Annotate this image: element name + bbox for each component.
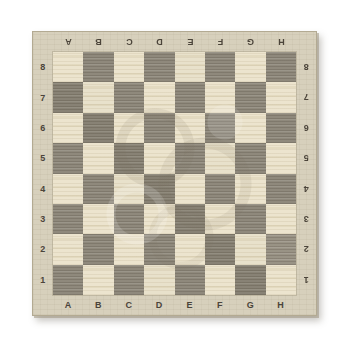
ranks-left-label: 8: [33, 52, 53, 82]
square-c7[interactable]: [114, 82, 144, 112]
ranks-left-label: 4: [33, 174, 53, 204]
files-bottom-label: D: [144, 295, 174, 315]
square-g5[interactable]: [235, 143, 265, 173]
files-top-label: D: [144, 32, 174, 52]
square-e4[interactable]: [175, 174, 205, 204]
square-d7[interactable]: [144, 82, 174, 112]
square-a5[interactable]: [53, 143, 83, 173]
files-bottom-label: B: [83, 295, 113, 315]
file-labels-top: ABCDEFGH: [53, 32, 296, 52]
square-g4[interactable]: [235, 174, 265, 204]
square-e1[interactable]: [175, 265, 205, 295]
square-b3[interactable]: [83, 204, 113, 234]
square-g8[interactable]: [235, 52, 265, 82]
square-g7[interactable]: [235, 82, 265, 112]
ranks-right-label: 5: [296, 143, 316, 173]
file-labels-bottom: ABCDEFGH: [53, 295, 296, 315]
ranks-right-label: 2: [296, 234, 316, 264]
files-bottom-label: F: [205, 295, 235, 315]
ranks-right-label: 7: [296, 82, 316, 112]
square-h2[interactable]: [266, 234, 296, 264]
square-b5[interactable]: [83, 143, 113, 173]
square-h1[interactable]: [266, 265, 296, 295]
square-b7[interactable]: [83, 82, 113, 112]
square-c2[interactable]: [114, 234, 144, 264]
square-d8[interactable]: [144, 52, 174, 82]
square-f8[interactable]: [205, 52, 235, 82]
square-e3[interactable]: [175, 204, 205, 234]
square-a1[interactable]: [53, 265, 83, 295]
square-h6[interactable]: [266, 113, 296, 143]
square-b1[interactable]: [83, 265, 113, 295]
files-top-label: H: [266, 32, 296, 52]
square-d5[interactable]: [144, 143, 174, 173]
square-c1[interactable]: [114, 265, 144, 295]
ranks-left-label: 1: [33, 265, 53, 295]
square-e5[interactable]: [175, 143, 205, 173]
square-f6[interactable]: [205, 113, 235, 143]
square-a4[interactable]: [53, 174, 83, 204]
rank-labels-left: 87654321: [33, 52, 53, 295]
ranks-left-label: 2: [33, 234, 53, 264]
square-f5[interactable]: [205, 143, 235, 173]
ranks-right-label: 8: [296, 52, 316, 82]
square-f2[interactable]: [205, 234, 235, 264]
ranks-left-label: 5: [33, 143, 53, 173]
ranks-right-label: 4: [296, 174, 316, 204]
square-d6[interactable]: [144, 113, 174, 143]
files-top-label: F: [205, 32, 235, 52]
ranks-left-label: 3: [33, 204, 53, 234]
chess-board: ABCDEFGH ABCDEFGH 87654321 87654321: [32, 31, 317, 316]
square-a7[interactable]: [53, 82, 83, 112]
square-e6[interactable]: [175, 113, 205, 143]
square-h8[interactable]: [266, 52, 296, 82]
square-d1[interactable]: [144, 265, 174, 295]
rank-labels-right: 87654321: [296, 52, 316, 295]
square-g2[interactable]: [235, 234, 265, 264]
square-e8[interactable]: [175, 52, 205, 82]
board-grid: [53, 52, 296, 295]
square-g6[interactable]: [235, 113, 265, 143]
square-a8[interactable]: [53, 52, 83, 82]
square-f4[interactable]: [205, 174, 235, 204]
files-top-label: G: [235, 32, 265, 52]
square-d2[interactable]: [144, 234, 174, 264]
ranks-left-label: 6: [33, 113, 53, 143]
square-c4[interactable]: [114, 174, 144, 204]
square-e2[interactable]: [175, 234, 205, 264]
square-c8[interactable]: [114, 52, 144, 82]
files-bottom-label: E: [175, 295, 205, 315]
files-bottom-label: A: [53, 295, 83, 315]
square-f3[interactable]: [205, 204, 235, 234]
ranks-right-label: 6: [296, 113, 316, 143]
square-b8[interactable]: [83, 52, 113, 82]
ranks-right-label: 3: [296, 204, 316, 234]
square-c5[interactable]: [114, 143, 144, 173]
square-h4[interactable]: [266, 174, 296, 204]
square-c6[interactable]: [114, 113, 144, 143]
square-h7[interactable]: [266, 82, 296, 112]
square-g3[interactable]: [235, 204, 265, 234]
square-c3[interactable]: [114, 204, 144, 234]
files-bottom-label: H: [266, 295, 296, 315]
square-h3[interactable]: [266, 204, 296, 234]
square-e7[interactable]: [175, 82, 205, 112]
ranks-right-label: 1: [296, 265, 316, 295]
files-top-label: A: [53, 32, 83, 52]
square-b2[interactable]: [83, 234, 113, 264]
square-d4[interactable]: [144, 174, 174, 204]
square-f1[interactable]: [205, 265, 235, 295]
square-a2[interactable]: [53, 234, 83, 264]
square-b6[interactable]: [83, 113, 113, 143]
files-top-label: B: [83, 32, 113, 52]
ranks-left-label: 7: [33, 82, 53, 112]
files-top-label: E: [175, 32, 205, 52]
square-d3[interactable]: [144, 204, 174, 234]
files-bottom-label: C: [114, 295, 144, 315]
files-top-label: C: [114, 32, 144, 52]
square-a3[interactable]: [53, 204, 83, 234]
square-a6[interactable]: [53, 113, 83, 143]
files-bottom-label: G: [235, 295, 265, 315]
square-g1[interactable]: [235, 265, 265, 295]
square-b4[interactable]: [83, 174, 113, 204]
square-f7[interactable]: [205, 82, 235, 112]
square-h5[interactable]: [266, 143, 296, 173]
